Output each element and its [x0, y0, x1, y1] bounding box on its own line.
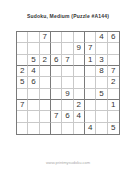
sudoku-cell-r3c6[interactable] [74, 55, 85, 66]
sudoku-cell-r4c2: 4 [28, 66, 39, 77]
sudoku-cell-r8c6: 4 [74, 111, 85, 122]
sudoku-cell-r3c3: 2 [40, 55, 51, 66]
sudoku-cell-r4c8: 8 [96, 66, 107, 77]
sudoku-cell-r3c2: 5 [28, 55, 39, 66]
sudoku-cell-r9c8[interactable] [96, 123, 107, 134]
sudoku-cell-r1c3: 7 [40, 32, 51, 43]
sudoku-cell-r9c2[interactable] [28, 123, 39, 134]
sudoku-cell-r3c4: 6 [51, 55, 62, 66]
sudoku-cell-r9c4[interactable] [51, 123, 62, 134]
sudoku-cell-r3c9[interactable] [108, 55, 119, 66]
sudoku-cell-r2c6: 9 [74, 43, 85, 54]
sudoku-cell-r7c1: 7 [17, 100, 28, 111]
sudoku-cell-r1c4[interactable] [51, 32, 62, 43]
sudoku-cell-r2c2[interactable] [28, 43, 39, 54]
sudoku-cell-r1c8: 4 [96, 32, 107, 43]
sudoku-cell-r2c4[interactable] [51, 43, 62, 54]
sudoku-cell-r3c1[interactable] [17, 55, 28, 66]
sudoku-cell-r8c9[interactable] [108, 111, 119, 122]
sudoku-cell-r4c5[interactable] [62, 66, 73, 77]
page-title: Sudoku, Medium (Puzzle #A144) [0, 13, 136, 19]
sudoku-cell-r6c9[interactable] [108, 89, 119, 100]
sudoku-cell-r7c8[interactable] [96, 100, 107, 111]
sudoku-cell-r6c1[interactable] [17, 89, 28, 100]
sudoku-cell-r6c7[interactable] [85, 89, 96, 100]
sudoku-cell-r5c2: 6 [28, 77, 39, 88]
sudoku-board: 7469752671324875629572176445 [16, 31, 120, 135]
sudoku-cell-r8c8[interactable] [96, 111, 107, 122]
sudoku-cell-r4c3[interactable] [40, 66, 51, 77]
sudoku-cell-r7c9: 1 [108, 100, 119, 111]
sudoku-cell-r8c4: 7 [51, 111, 62, 122]
sudoku-cell-r3c8: 3 [96, 55, 107, 66]
sudoku-cell-r9c6[interactable] [74, 123, 85, 134]
sudoku-cell-r5c7[interactable] [85, 77, 96, 88]
sudoku-cell-r1c9: 6 [108, 32, 119, 43]
sudoku-cell-r4c6[interactable] [74, 66, 85, 77]
sudoku-cell-r8c7[interactable] [85, 111, 96, 122]
sudoku-cell-r7c2[interactable] [28, 100, 39, 111]
sudoku-cell-r7c7[interactable] [85, 100, 96, 111]
sudoku-cell-r8c3[interactable] [40, 111, 51, 122]
sudoku-cell-r2c7: 7 [85, 43, 96, 54]
sudoku-cell-r1c7[interactable] [85, 32, 96, 43]
sudoku-cell-r4c4[interactable] [51, 66, 62, 77]
sudoku-cell-r6c6[interactable] [74, 89, 85, 100]
sudoku-cell-r5c6[interactable] [74, 77, 85, 88]
sudoku-cell-r5c3[interactable] [40, 77, 51, 88]
sudoku-cell-r4c1: 2 [17, 66, 28, 77]
sudoku-cell-r7c3[interactable] [40, 100, 51, 111]
sudoku-cell-r1c5[interactable] [62, 32, 73, 43]
sudoku-cell-r2c3[interactable] [40, 43, 51, 54]
sudoku-cell-r6c3[interactable] [40, 89, 51, 100]
sudoku-cell-r2c5[interactable] [62, 43, 73, 54]
sudoku-cell-r7c5[interactable] [62, 100, 73, 111]
footer-url: www.printmysudoku.com [0, 160, 136, 165]
sudoku-cell-r1c6[interactable] [74, 32, 85, 43]
sudoku-cell-r9c1[interactable] [17, 123, 28, 134]
sudoku-cell-r8c2[interactable] [28, 111, 39, 122]
sudoku-cell-r5c8[interactable] [96, 77, 107, 88]
sudoku-cell-r5c5[interactable] [62, 77, 73, 88]
sudoku-cell-r6c4[interactable] [51, 89, 62, 100]
sudoku-cell-r7c4[interactable] [51, 100, 62, 111]
sudoku-cell-r2c1[interactable] [17, 43, 28, 54]
sudoku-cell-r5c4[interactable] [51, 77, 62, 88]
sudoku-cell-r5c9: 2 [108, 77, 119, 88]
sudoku-cell-r2c9[interactable] [108, 43, 119, 54]
sudoku-cell-r7c6: 2 [74, 100, 85, 111]
sudoku-cell-r4c9: 7 [108, 66, 119, 77]
sudoku-cell-r8c5: 6 [62, 111, 73, 122]
sudoku-cell-r6c2[interactable] [28, 89, 39, 100]
sudoku-cell-r3c7: 1 [85, 55, 96, 66]
sudoku-cell-r8c1[interactable] [17, 111, 28, 122]
sudoku-cell-r2c8[interactable] [96, 43, 107, 54]
sudoku-cell-r6c5: 9 [62, 89, 73, 100]
sudoku-cell-r9c3[interactable] [40, 123, 51, 134]
sudoku-cell-r1c1[interactable] [17, 32, 28, 43]
sudoku-cell-r9c9: 5 [108, 123, 119, 134]
sudoku-cell-r9c5[interactable] [62, 123, 73, 134]
sudoku-cell-r4c7[interactable] [85, 66, 96, 77]
sudoku-cell-r6c8: 5 [96, 89, 107, 100]
sudoku-cell-r3c5: 7 [62, 55, 73, 66]
sudoku-cell-r1c2[interactable] [28, 32, 39, 43]
sudoku-cell-r5c1: 5 [17, 77, 28, 88]
sudoku-cell-r9c7: 4 [85, 123, 96, 134]
